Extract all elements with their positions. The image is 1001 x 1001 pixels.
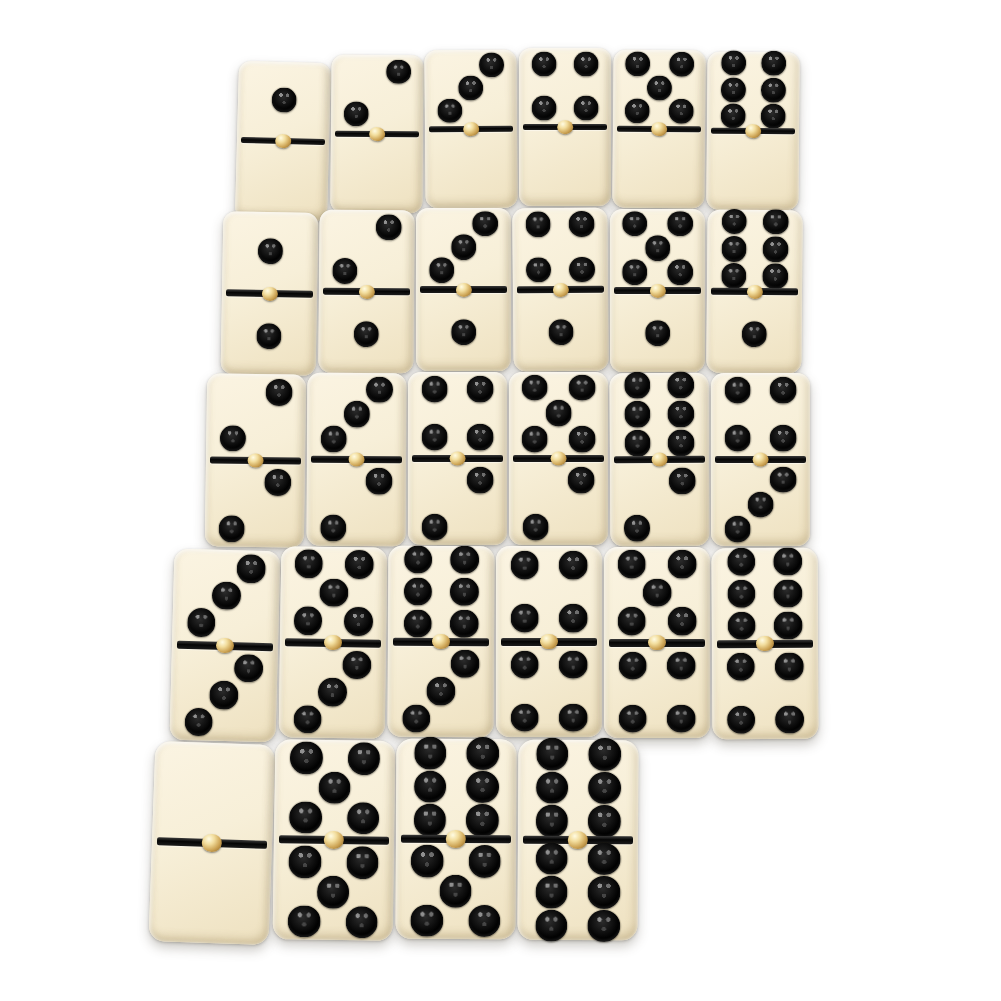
pip bbox=[535, 805, 568, 838]
domino-tile-5-4[interactable] bbox=[604, 547, 710, 738]
tile-top-half-4 bbox=[711, 373, 810, 456]
domino-tile-4-1[interactable] bbox=[512, 208, 608, 372]
pip bbox=[761, 77, 786, 102]
tile-top-half-6 bbox=[396, 739, 517, 835]
pip bbox=[343, 101, 368, 126]
pip bbox=[237, 554, 266, 583]
tile-top-half-2 bbox=[206, 373, 306, 457]
pip bbox=[510, 650, 539, 679]
pip bbox=[559, 650, 588, 679]
pip bbox=[510, 551, 539, 580]
tile-bottom-half-3 bbox=[279, 646, 386, 739]
tile-bottom-half-2 bbox=[307, 463, 406, 546]
tile-bottom-half-0 bbox=[425, 132, 518, 208]
pip bbox=[467, 376, 494, 403]
pip bbox=[479, 52, 504, 77]
pip bbox=[770, 466, 797, 493]
tile-top-half-6 bbox=[610, 373, 709, 456]
pip bbox=[727, 547, 756, 576]
divider-line bbox=[523, 124, 607, 131]
tile-bottom-half-0 bbox=[519, 130, 611, 206]
domino-tile-6-3[interactable] bbox=[388, 546, 495, 738]
tile-bottom-half-2 bbox=[509, 462, 608, 545]
tile-bottom-half-5 bbox=[395, 843, 516, 939]
domino-tile-5-1[interactable] bbox=[610, 209, 705, 372]
pip bbox=[724, 377, 751, 404]
pip bbox=[667, 704, 696, 733]
pip bbox=[548, 319, 574, 345]
pip bbox=[451, 650, 480, 679]
pip bbox=[741, 321, 767, 347]
pip bbox=[667, 211, 693, 237]
domino-tile-5-3[interactable] bbox=[279, 546, 388, 738]
pip bbox=[421, 513, 448, 540]
pip bbox=[271, 87, 296, 112]
pip bbox=[568, 467, 595, 494]
tile-top-half-6 bbox=[707, 52, 800, 128]
pip bbox=[763, 209, 789, 235]
pip bbox=[293, 705, 322, 734]
tile-bottom-half-0 bbox=[330, 137, 423, 213]
pip bbox=[466, 804, 499, 837]
pip bbox=[376, 214, 402, 240]
pip bbox=[669, 468, 696, 495]
pip bbox=[317, 876, 350, 909]
pip bbox=[458, 75, 483, 100]
pip bbox=[645, 235, 671, 261]
pip bbox=[526, 257, 552, 283]
pip bbox=[761, 51, 786, 76]
pip bbox=[569, 426, 596, 453]
pip bbox=[668, 430, 695, 457]
pip bbox=[667, 259, 693, 285]
pip bbox=[747, 491, 774, 518]
divider-line bbox=[501, 638, 597, 646]
tile-bottom-half-2 bbox=[205, 463, 305, 547]
pip bbox=[414, 737, 447, 770]
pip bbox=[209, 681, 238, 710]
pip bbox=[669, 99, 694, 124]
pip bbox=[774, 547, 803, 576]
tile-bottom-half-3 bbox=[170, 648, 278, 742]
tile-top-half-2 bbox=[319, 210, 415, 289]
tile-top-half-1 bbox=[237, 61, 331, 139]
pip bbox=[569, 374, 596, 401]
tile-bottom-half-0 bbox=[706, 134, 799, 210]
pip bbox=[574, 51, 599, 76]
pip bbox=[256, 323, 282, 349]
pip bbox=[437, 98, 462, 123]
pip bbox=[545, 400, 572, 427]
divider-line bbox=[614, 287, 700, 294]
domino-tile-6-5[interactable] bbox=[395, 739, 516, 940]
pip bbox=[559, 703, 588, 732]
pip bbox=[414, 770, 447, 803]
domino-tile-3-2[interactable] bbox=[307, 373, 407, 547]
pip bbox=[403, 609, 432, 638]
pip bbox=[617, 550, 646, 579]
pip bbox=[622, 211, 648, 237]
pip bbox=[473, 211, 499, 237]
pip bbox=[345, 906, 378, 939]
pip bbox=[402, 704, 431, 733]
pip bbox=[720, 104, 745, 129]
pip bbox=[218, 515, 245, 542]
pip bbox=[588, 909, 621, 942]
pip bbox=[522, 513, 549, 540]
pip bbox=[721, 236, 747, 262]
tile-top-half-5 bbox=[280, 546, 387, 639]
pip bbox=[319, 578, 348, 607]
domino-tile-6-6[interactable] bbox=[517, 740, 638, 941]
pip bbox=[404, 577, 433, 606]
pip bbox=[588, 842, 621, 875]
pip bbox=[184, 707, 213, 736]
divider-line bbox=[412, 455, 502, 462]
pip bbox=[219, 425, 246, 452]
pip bbox=[421, 424, 448, 451]
pip bbox=[726, 652, 755, 681]
pip bbox=[721, 263, 747, 289]
pip bbox=[643, 578, 672, 607]
pip bbox=[466, 771, 499, 804]
pip bbox=[344, 607, 373, 636]
pip bbox=[669, 52, 694, 77]
pip bbox=[347, 802, 380, 835]
pip bbox=[667, 651, 696, 680]
pip bbox=[624, 430, 651, 457]
pip bbox=[468, 905, 501, 938]
pip bbox=[525, 212, 551, 238]
pip bbox=[667, 372, 694, 399]
pip bbox=[294, 550, 323, 579]
pip bbox=[353, 321, 379, 347]
pip bbox=[343, 401, 370, 428]
pip bbox=[348, 742, 381, 775]
pip bbox=[727, 579, 756, 608]
tile-bottom-half-6 bbox=[517, 844, 638, 940]
pip bbox=[775, 705, 804, 734]
pip bbox=[763, 264, 789, 290]
divider-line bbox=[609, 639, 705, 647]
pip bbox=[426, 677, 455, 706]
pip bbox=[439, 875, 472, 908]
pip bbox=[625, 99, 650, 124]
pip bbox=[467, 737, 500, 770]
tile-bottom-half-3 bbox=[388, 645, 494, 737]
pip bbox=[647, 75, 672, 100]
pip bbox=[404, 545, 433, 574]
pip bbox=[318, 771, 351, 804]
tile-bottom-half-1 bbox=[513, 293, 609, 372]
tile-bottom-half-1 bbox=[610, 294, 705, 372]
tile-top-half-5 bbox=[274, 739, 395, 836]
tile-top-half-3 bbox=[416, 208, 511, 286]
pip bbox=[535, 909, 568, 942]
tile-top-half-4 bbox=[408, 372, 507, 455]
pip bbox=[413, 804, 446, 837]
tile-top-half-4 bbox=[496, 546, 602, 638]
domino-tile-3-1[interactable] bbox=[416, 208, 511, 371]
pip bbox=[346, 846, 379, 879]
divider-line bbox=[513, 455, 603, 462]
domino-tile-2-2[interactable] bbox=[205, 373, 306, 547]
domino-tile-4-2[interactable] bbox=[408, 372, 507, 545]
pip bbox=[531, 95, 556, 120]
pip bbox=[727, 612, 756, 641]
pip bbox=[320, 426, 347, 453]
pip bbox=[588, 805, 621, 838]
pip bbox=[288, 905, 321, 938]
pip bbox=[569, 211, 595, 237]
pip bbox=[332, 258, 358, 284]
pip bbox=[618, 651, 647, 680]
pip bbox=[289, 801, 322, 834]
pip bbox=[622, 259, 648, 285]
pip bbox=[727, 706, 756, 735]
pip bbox=[187, 608, 216, 637]
pip bbox=[624, 514, 651, 541]
tile-bottom-half-2 bbox=[610, 463, 709, 546]
pip bbox=[366, 468, 393, 495]
pip bbox=[345, 550, 374, 579]
domino-tile-6-2[interactable] bbox=[610, 373, 710, 547]
tile-bottom-half-1 bbox=[318, 295, 414, 374]
pip bbox=[429, 258, 455, 284]
pip bbox=[763, 236, 789, 262]
tile-bottom-half-0 bbox=[149, 845, 272, 945]
pip bbox=[588, 876, 621, 909]
pip bbox=[645, 320, 671, 346]
domino-tile-5-5[interactable] bbox=[273, 739, 396, 941]
pip bbox=[668, 550, 697, 579]
tile-bottom-half-1 bbox=[706, 295, 802, 374]
pip bbox=[569, 257, 595, 283]
pip bbox=[770, 425, 797, 452]
pip bbox=[450, 545, 479, 574]
pip bbox=[450, 577, 479, 606]
domino-tile-2-1[interactable] bbox=[318, 210, 414, 374]
pip bbox=[411, 845, 444, 878]
tile-bottom-half-0 bbox=[612, 132, 705, 208]
domino-tile-4-0[interactable] bbox=[519, 48, 611, 206]
pip bbox=[234, 654, 263, 683]
domino-tile-0-0[interactable] bbox=[149, 741, 276, 945]
domino-tile-2-0[interactable] bbox=[330, 55, 423, 214]
pip bbox=[421, 376, 448, 403]
pip bbox=[724, 425, 751, 452]
tile-top-half-0 bbox=[152, 741, 275, 841]
pip bbox=[521, 374, 548, 401]
tile-bottom-half-5 bbox=[273, 843, 394, 940]
tile-top-half-3 bbox=[307, 373, 406, 456]
divider-line bbox=[420, 286, 506, 293]
pip bbox=[625, 52, 650, 77]
domino-tile-1-1[interactable] bbox=[221, 211, 319, 376]
tile-top-half-6 bbox=[388, 546, 494, 638]
domino-tile-4-4[interactable] bbox=[496, 546, 602, 737]
pip bbox=[290, 741, 323, 774]
pip bbox=[467, 467, 494, 494]
pip bbox=[536, 771, 569, 804]
pip bbox=[266, 379, 293, 406]
tile-top-half-1 bbox=[222, 211, 318, 291]
tile-bottom-half-1 bbox=[221, 296, 317, 376]
pip bbox=[451, 319, 477, 345]
tile-bottom-half-4 bbox=[604, 647, 710, 739]
pip bbox=[343, 651, 372, 680]
domino-tile-1-0[interactable] bbox=[235, 61, 331, 221]
pip bbox=[668, 607, 697, 636]
pip bbox=[320, 514, 347, 541]
tile-top-half-2 bbox=[331, 55, 424, 131]
pip bbox=[366, 376, 393, 403]
pip bbox=[531, 51, 556, 76]
pip bbox=[536, 738, 569, 771]
domino-tile-5-0[interactable] bbox=[612, 50, 705, 209]
pip bbox=[617, 607, 646, 636]
pip bbox=[761, 104, 786, 129]
pip bbox=[257, 238, 283, 264]
pip bbox=[468, 845, 501, 878]
tile-top-half-5 bbox=[509, 372, 608, 455]
tile-bottom-half-2 bbox=[408, 462, 507, 545]
pip bbox=[535, 842, 568, 875]
dominoes-table bbox=[0, 0, 1001, 1001]
tile-top-half-4 bbox=[512, 208, 608, 287]
pip bbox=[574, 95, 599, 120]
pip bbox=[721, 209, 747, 235]
domino-tile-6-4[interactable] bbox=[712, 548, 819, 740]
pip bbox=[510, 604, 539, 633]
pip bbox=[318, 678, 347, 707]
tile-top-half-3 bbox=[424, 50, 517, 126]
pip bbox=[588, 772, 621, 805]
tile-bottom-half-4 bbox=[496, 646, 602, 738]
domino-tile-6-1[interactable] bbox=[706, 210, 802, 374]
tile-bottom-half-3 bbox=[711, 463, 810, 546]
tile-top-half-5 bbox=[610, 209, 705, 287]
pip bbox=[624, 401, 651, 428]
pip bbox=[589, 738, 622, 771]
pip bbox=[386, 59, 411, 84]
pip bbox=[451, 234, 477, 260]
divider-line bbox=[715, 456, 805, 463]
tile-top-half-3 bbox=[172, 549, 280, 643]
pip bbox=[559, 551, 588, 580]
pip bbox=[212, 581, 241, 610]
pip bbox=[770, 377, 797, 404]
tile-top-half-5 bbox=[613, 50, 706, 126]
tile-top-half-6 bbox=[712, 548, 818, 640]
pip bbox=[624, 372, 651, 399]
pip bbox=[535, 876, 568, 909]
pip bbox=[618, 704, 647, 733]
tile-bottom-half-4 bbox=[712, 647, 818, 739]
domino-tile-4-3[interactable] bbox=[711, 373, 810, 546]
pip bbox=[724, 516, 751, 543]
pip bbox=[721, 51, 746, 76]
pip bbox=[293, 606, 322, 635]
tile-top-half-6 bbox=[707, 210, 803, 289]
tile-top-half-6 bbox=[518, 740, 639, 836]
pip bbox=[774, 611, 803, 640]
domino-tile-3-0[interactable] bbox=[424, 50, 517, 209]
domino-tile-3-3[interactable] bbox=[170, 549, 281, 743]
tile-bottom-half-0 bbox=[235, 143, 329, 221]
pip bbox=[775, 652, 804, 681]
pip bbox=[410, 904, 443, 937]
pip bbox=[559, 604, 588, 633]
pip bbox=[264, 469, 291, 496]
tile-bottom-half-1 bbox=[416, 293, 511, 371]
pip bbox=[467, 424, 494, 451]
pip bbox=[288, 846, 321, 879]
domino-tile-6-0[interactable] bbox=[706, 52, 799, 211]
tile-top-half-4 bbox=[519, 48, 611, 124]
pip bbox=[721, 77, 746, 102]
pip bbox=[450, 610, 479, 639]
pip bbox=[521, 426, 548, 453]
pip bbox=[510, 703, 539, 732]
pip bbox=[774, 579, 803, 608]
tile-top-half-5 bbox=[604, 547, 710, 639]
domino-tile-5-2[interactable] bbox=[509, 372, 608, 545]
pip bbox=[668, 401, 695, 428]
